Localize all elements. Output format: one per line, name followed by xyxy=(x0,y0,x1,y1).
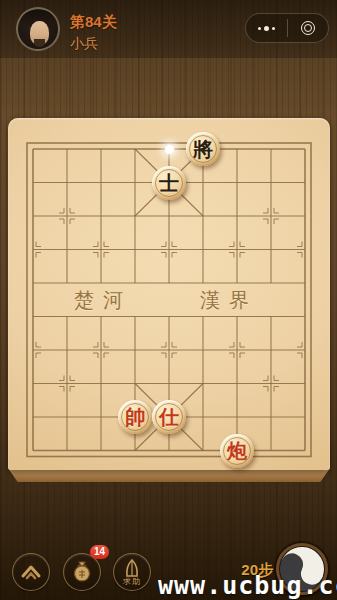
game-screen: 第84关 小兵 楚河 漢界 將士帥仕炮 14 xyxy=(0,0,337,600)
watermark: www.ucbug.cc xyxy=(158,571,337,600)
chevron-up-icon xyxy=(19,560,43,584)
piece-rk[interactable]: 帥 xyxy=(118,400,152,434)
help-button[interactable]: 求助 xyxy=(113,553,151,591)
piece-ba[interactable]: 士 xyxy=(152,166,186,200)
avatar-beard xyxy=(34,39,45,47)
more-dots-icon xyxy=(258,27,261,30)
exit-target-icon xyxy=(301,21,315,35)
pray-hands-icon xyxy=(121,558,143,578)
hint-count-badge: 14 xyxy=(90,545,109,559)
exit-button[interactable] xyxy=(288,14,329,42)
board-3d-edge xyxy=(8,468,330,482)
piece-glyph: 士 xyxy=(159,166,179,200)
river-label-left: 楚河 xyxy=(68,287,138,314)
help-label: 求助 xyxy=(114,576,150,587)
expand-menu-button[interactable] xyxy=(12,553,50,591)
piece-glyph: 帥 xyxy=(125,400,145,434)
rank-label: 小兵 xyxy=(70,35,98,53)
piece-glyph: 仕 xyxy=(159,400,179,434)
avatar xyxy=(16,7,60,51)
piece-bk[interactable]: 將 xyxy=(186,132,220,166)
more-button[interactable] xyxy=(246,14,287,42)
xiangqi-board[interactable]: 楚河 漢界 將士帥仕炮 xyxy=(8,118,330,470)
piece-glyph: 將 xyxy=(193,132,213,166)
top-bar: 第84关 小兵 xyxy=(0,0,337,58)
last-move-dot xyxy=(165,145,174,154)
piece-ra[interactable]: 仕 xyxy=(152,400,186,434)
wechat-capsule xyxy=(245,13,329,43)
money-bag-icon xyxy=(69,559,95,585)
piece-rc[interactable]: 炮 xyxy=(220,434,254,468)
river-label-right: 漢界 xyxy=(194,287,264,314)
level-label: 第84关 xyxy=(70,13,117,32)
piece-glyph: 炮 xyxy=(227,434,247,468)
